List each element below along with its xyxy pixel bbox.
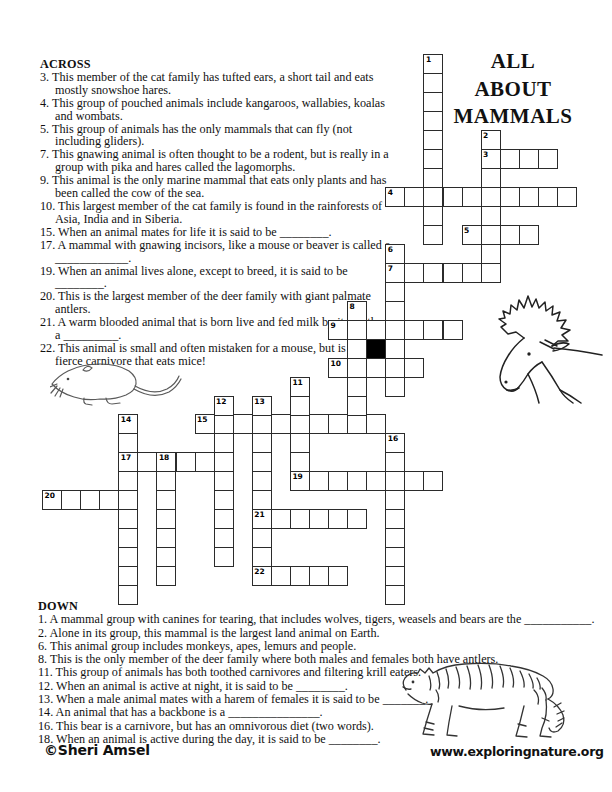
cell-r24c15[interactable] xyxy=(328,509,348,529)
cell-r10c23[interactable] xyxy=(481,244,501,264)
cell-r21c6[interactable]: 18 xyxy=(156,452,176,472)
cell-r25c18[interactable] xyxy=(385,528,405,548)
cell-r22c17[interactable] xyxy=(366,471,386,491)
cell-r22c18[interactable] xyxy=(385,471,405,491)
cell-r5c24[interactable] xyxy=(500,149,520,169)
cell-r27c13[interactable] xyxy=(290,566,310,586)
cell-r22c16[interactable] xyxy=(347,471,367,491)
cell-r17c16[interactable] xyxy=(347,377,367,397)
cell-r14c19[interactable] xyxy=(404,320,424,340)
cell-r7c20[interactable] xyxy=(423,187,443,207)
cell-r26c4[interactable] xyxy=(118,547,138,567)
cell-r7c27[interactable] xyxy=(557,187,577,207)
cell-r5c23[interactable]: 3 xyxy=(481,149,501,169)
cell-number: 5 xyxy=(464,226,469,235)
cell-r27c14[interactable] xyxy=(309,566,329,586)
cell-r7c26[interactable] xyxy=(538,187,558,207)
cell-r7c22[interactable] xyxy=(462,187,482,207)
black-cell-r15c17 xyxy=(366,339,386,359)
cell-r5c25[interactable] xyxy=(519,149,539,169)
cell-r11c22[interactable] xyxy=(462,263,482,283)
cell-r26c11[interactable] xyxy=(252,547,272,567)
cell-r12c18[interactable] xyxy=(385,282,405,302)
cell-r19c11[interactable] xyxy=(252,414,272,434)
cell-r18c9[interactable]: 12 xyxy=(214,396,234,416)
cell-r25c6[interactable] xyxy=(156,528,176,548)
cell-r3c20[interactable] xyxy=(423,111,443,131)
cell-r7c19[interactable] xyxy=(404,187,424,207)
cell-r25c9[interactable] xyxy=(214,528,234,548)
cell-number: 12 xyxy=(216,397,226,406)
cell-r24c11[interactable]: 21 xyxy=(252,509,272,529)
cell-number: 8 xyxy=(350,302,355,311)
cell-r27c12[interactable] xyxy=(271,566,291,586)
cell-r22c15[interactable] xyxy=(328,471,348,491)
cell-r23c9[interactable] xyxy=(214,490,234,510)
cell-r21c11[interactable] xyxy=(252,452,272,472)
cell-r7c24[interactable] xyxy=(500,187,520,207)
cell-r4c20[interactable] xyxy=(423,130,443,150)
cell-number: 18 xyxy=(159,453,169,462)
cell-r8c23[interactable] xyxy=(481,206,501,226)
cell-r22c14[interactable] xyxy=(309,471,329,491)
clue-down-1: 1. A mammal group with canines for teari… xyxy=(38,613,610,626)
cell-r27c6[interactable] xyxy=(156,566,176,586)
cell-r4c23[interactable]: 2 xyxy=(481,130,501,150)
cell-r23c6[interactable] xyxy=(156,490,176,510)
cell-r14c20[interactable] xyxy=(423,320,443,340)
cell-number: 1 xyxy=(426,55,431,64)
cell-r26c18[interactable] xyxy=(385,547,405,567)
cell-number: 14 xyxy=(121,415,131,424)
cell-r7c23[interactable] xyxy=(481,187,501,207)
cell-r18c11[interactable]: 13 xyxy=(252,396,272,416)
cell-r25c4[interactable] xyxy=(118,528,138,548)
cell-r21c13[interactable] xyxy=(290,452,310,472)
cell-r14c15[interactable]: 9 xyxy=(328,320,348,340)
cell-r24c6[interactable] xyxy=(156,509,176,529)
cell-r24c16[interactable] xyxy=(347,509,367,529)
cell-r23c11[interactable] xyxy=(252,490,272,510)
cell-r22c11[interactable] xyxy=(252,471,272,491)
cell-r24c9[interactable] xyxy=(214,509,234,529)
cell-r5c26[interactable] xyxy=(538,149,558,169)
tiger-illustration xyxy=(396,660,576,748)
cell-r16c18[interactable] xyxy=(385,358,405,378)
cell-r14c16[interactable] xyxy=(347,320,367,340)
cell-r8c20[interactable] xyxy=(423,206,443,226)
cell-r19c13[interactable] xyxy=(290,414,310,434)
cell-r11c19[interactable] xyxy=(404,263,424,283)
cell-r19c17[interactable] xyxy=(366,414,386,434)
cell-r27c4[interactable] xyxy=(118,566,138,586)
cell-r24c12[interactable] xyxy=(271,509,291,529)
cell-r21c5[interactable] xyxy=(137,452,157,472)
down-heading: DOWN xyxy=(38,600,610,613)
cell-r10c18[interactable]: 6 xyxy=(385,244,405,264)
cell-r7c21[interactable] xyxy=(443,187,463,207)
cell-r26c9[interactable] xyxy=(214,547,234,567)
cell-r14c18[interactable] xyxy=(385,320,405,340)
author-credit: ©Sheri Amsel xyxy=(44,742,150,758)
cell-r9c25[interactable] xyxy=(519,225,539,245)
cell-r19c15[interactable] xyxy=(328,414,348,434)
cell-number: 10 xyxy=(331,359,341,368)
cell-r19c12[interactable] xyxy=(271,414,291,434)
cell-r9c24[interactable] xyxy=(500,225,520,245)
cell-r17c18[interactable] xyxy=(385,377,405,397)
cell-r16c16[interactable] xyxy=(347,358,367,378)
cell-r6c20[interactable] xyxy=(423,168,443,188)
cell-number: 16 xyxy=(388,434,398,443)
cell-r23c0[interactable]: 20 xyxy=(42,490,62,510)
cell-number: 19 xyxy=(292,472,302,481)
website-url: www.exploringnature.org xyxy=(430,744,604,759)
cell-r7c25[interactable] xyxy=(519,187,539,207)
cell-r16c17[interactable] xyxy=(366,358,386,378)
cell-r22c13[interactable]: 19 xyxy=(290,471,310,491)
cell-r20c13[interactable] xyxy=(290,433,310,453)
cell-number: 4 xyxy=(388,188,393,197)
cell-number: 9 xyxy=(331,321,336,330)
cell-r11c18[interactable]: 7 xyxy=(385,263,405,283)
cell-r9c20[interactable] xyxy=(423,225,443,245)
cell-r11c20[interactable] xyxy=(423,263,443,283)
cell-r24c13[interactable] xyxy=(290,509,310,529)
cell-r23c4[interactable] xyxy=(118,490,138,510)
cell-r22c9[interactable] xyxy=(214,471,234,491)
cell-r5c20[interactable] xyxy=(423,149,443,169)
cell-r22c20[interactable] xyxy=(423,471,443,491)
worksheet-page: ALL ABOUT MAMMALS ACROSS 3. This member … xyxy=(0,0,612,792)
cell-r21c18[interactable] xyxy=(385,452,405,472)
cell-number: 15 xyxy=(197,415,207,424)
cell-number: 6 xyxy=(388,245,393,254)
cell-r22c6[interactable] xyxy=(156,471,176,491)
cell-r13c16[interactable]: 8 xyxy=(347,301,367,321)
cell-r21c9[interactable] xyxy=(214,452,234,472)
cell-number: 21 xyxy=(254,510,264,519)
cell-number: 2 xyxy=(483,131,488,140)
cell-r15c18[interactable] xyxy=(385,339,405,359)
cell-r7c18[interactable]: 4 xyxy=(385,187,405,207)
cell-r16c15[interactable]: 10 xyxy=(328,358,348,378)
cell-r26c6[interactable] xyxy=(156,547,176,567)
cell-r19c9[interactable] xyxy=(214,414,234,434)
cell-r17c13[interactable]: 11 xyxy=(290,377,310,397)
cell-r27c18[interactable] xyxy=(385,566,405,586)
cell-r24c4[interactable] xyxy=(118,509,138,529)
cell-r1c20[interactable] xyxy=(423,73,443,93)
cell-r14c21[interactable] xyxy=(443,320,463,340)
cell-r9c22[interactable]: 5 xyxy=(462,225,482,245)
cell-r23c3[interactable] xyxy=(99,490,119,510)
cell-r23c2[interactable] xyxy=(80,490,100,510)
cell-r0c20[interactable]: 1 xyxy=(423,54,443,74)
cell-r21c4[interactable]: 17 xyxy=(118,452,138,472)
moose-illustration xyxy=(482,278,604,404)
cell-r21c7[interactable] xyxy=(176,452,196,472)
cell-r27c15[interactable] xyxy=(328,566,348,586)
cell-r25c11[interactable] xyxy=(252,528,272,548)
cell-number: 7 xyxy=(388,264,393,273)
cell-r20c11[interactable] xyxy=(252,433,272,453)
cell-r22c19[interactable] xyxy=(404,471,424,491)
cell-r21c8[interactable] xyxy=(195,452,215,472)
cell-r23c1[interactable] xyxy=(61,490,81,510)
cell-r24c18[interactable] xyxy=(385,509,405,529)
cell-r24c14[interactable] xyxy=(309,509,329,529)
cell-r13c18[interactable] xyxy=(385,301,405,321)
cell-r20c9[interactable] xyxy=(214,433,234,453)
cell-r19c16[interactable] xyxy=(347,414,367,434)
cell-number: 11 xyxy=(292,378,302,387)
clue-down-6: 6. This animal group includes monkeys, a… xyxy=(38,640,610,653)
cell-r18c16[interactable] xyxy=(347,396,367,416)
cell-r19c14[interactable] xyxy=(309,414,329,434)
cell-r6c23[interactable] xyxy=(481,168,501,188)
clue-down-2: 2. Alone in its group, this mammal is th… xyxy=(38,627,610,640)
cell-r22c4[interactable] xyxy=(118,471,138,491)
cell-r16c19[interactable] xyxy=(404,358,424,378)
cell-r20c18[interactable]: 16 xyxy=(385,433,405,453)
cell-r11c21[interactable] xyxy=(443,263,463,283)
cell-r2c20[interactable] xyxy=(423,92,443,112)
cell-number: 17 xyxy=(121,453,131,462)
cell-r14c17[interactable] xyxy=(366,320,386,340)
cell-number: 20 xyxy=(45,491,55,500)
cell-number: 13 xyxy=(254,397,264,406)
cell-r15c16[interactable] xyxy=(347,339,367,359)
cell-r19c8[interactable]: 15 xyxy=(195,414,215,434)
cell-r9c23[interactable] xyxy=(481,225,501,245)
cell-r18c13[interactable] xyxy=(290,396,310,416)
cell-number: 3 xyxy=(483,150,488,159)
cell-number: 22 xyxy=(254,567,264,576)
cell-r23c18[interactable] xyxy=(385,490,405,510)
cell-r20c4[interactable] xyxy=(118,433,138,453)
cell-r27c11[interactable]: 22 xyxy=(252,566,272,586)
cell-r19c4[interactable]: 14 xyxy=(118,414,138,434)
shrew-illustration xyxy=(50,358,182,406)
cell-r19c10[interactable] xyxy=(233,414,253,434)
